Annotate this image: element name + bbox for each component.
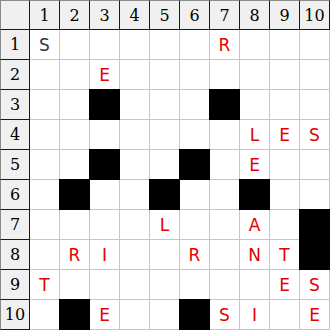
- cell-r8c8[interactable]: N: [240, 240, 270, 270]
- cell-r10c3[interactable]: E: [90, 300, 120, 330]
- cell-r7c6[interactable]: [180, 210, 210, 240]
- cell-r2c8[interactable]: [240, 60, 270, 90]
- cell-r10c9[interactable]: [270, 300, 300, 330]
- black-cell-r5c6: [180, 150, 210, 180]
- black-cell-r10c2: [60, 300, 90, 330]
- cell-r5c9[interactable]: [270, 150, 300, 180]
- cell-r1c5[interactable]: [150, 30, 180, 60]
- col-header-9: 9: [270, 0, 300, 30]
- cell-r6c7[interactable]: [210, 180, 240, 210]
- cell-r2c3[interactable]: E: [90, 60, 120, 90]
- black-cell-r3c3: [90, 90, 120, 120]
- row-header-2: 2: [0, 60, 30, 90]
- cell-r2c1[interactable]: [30, 60, 60, 90]
- cell-r9c2[interactable]: [60, 270, 90, 300]
- col-header-4: 4: [120, 0, 150, 30]
- row-header-10: 10: [0, 300, 30, 330]
- black-cell-r6c8: [240, 180, 270, 210]
- cell-r3c4[interactable]: [120, 90, 150, 120]
- cell-r4c6[interactable]: [180, 120, 210, 150]
- cell-r4c5[interactable]: [150, 120, 180, 150]
- cell-r2c2[interactable]: [60, 60, 90, 90]
- row-header-6: 6: [0, 180, 30, 210]
- cell-r4c3[interactable]: [90, 120, 120, 150]
- cell-r3c8[interactable]: [240, 90, 270, 120]
- cell-r1c10[interactable]: [300, 30, 330, 60]
- black-cell-r3c7: [210, 90, 240, 120]
- cell-r2c5[interactable]: [150, 60, 180, 90]
- cell-r8c3[interactable]: I: [90, 240, 120, 270]
- row-header-8: 8: [0, 240, 30, 270]
- col-header-7: 7: [210, 0, 240, 30]
- cell-r1c6[interactable]: [180, 30, 210, 60]
- cell-r10c8[interactable]: I: [240, 300, 270, 330]
- cell-r8c6[interactable]: R: [180, 240, 210, 270]
- cell-r8c7[interactable]: [210, 240, 240, 270]
- row-header-9: 9: [0, 270, 30, 300]
- cell-r1c3[interactable]: [90, 30, 120, 60]
- cell-r6c9[interactable]: [270, 180, 300, 210]
- cell-r4c8[interactable]: L: [240, 120, 270, 150]
- cell-r8c1[interactable]: [30, 240, 60, 270]
- col-header-10: 10: [300, 0, 330, 30]
- cell-r3c1[interactable]: [30, 90, 60, 120]
- cell-r7c4[interactable]: [120, 210, 150, 240]
- cell-r5c5[interactable]: [150, 150, 180, 180]
- row-header-7: 7: [0, 210, 30, 240]
- col-header-8: 8: [240, 0, 270, 30]
- cell-r9c3[interactable]: [90, 270, 120, 300]
- cell-r4c1[interactable]: [30, 120, 60, 150]
- cell-r5c2[interactable]: [60, 150, 90, 180]
- col-header-6: 6: [180, 0, 210, 30]
- black-cell-r7c10: [300, 210, 330, 240]
- col-header-1: 1: [30, 0, 60, 30]
- cell-r8c9[interactable]: T: [270, 240, 300, 270]
- row-header-3: 3: [0, 90, 30, 120]
- cell-r5c10[interactable]: [300, 150, 330, 180]
- cell-r4c9[interactable]: E: [270, 120, 300, 150]
- crossword-grid: 123456789101SR2E34LES5E67LA8RIRNT9TES10E…: [0, 0, 330, 330]
- cell-r4c4[interactable]: [120, 120, 150, 150]
- cell-r7c9[interactable]: [270, 210, 300, 240]
- cell-r10c1[interactable]: [30, 300, 60, 330]
- cell-r2c6[interactable]: [180, 60, 210, 90]
- cell-r2c4[interactable]: [120, 60, 150, 90]
- cell-r3c2[interactable]: [60, 90, 90, 120]
- cell-r7c2[interactable]: [60, 210, 90, 240]
- cell-r1c2[interactable]: [60, 30, 90, 60]
- col-header-5: 5: [150, 0, 180, 30]
- black-cell-r8c10: [300, 240, 330, 270]
- cell-r2c7[interactable]: [210, 60, 240, 90]
- cell-r7c7[interactable]: [210, 210, 240, 240]
- row-header-4: 4: [0, 120, 30, 150]
- cell-r10c7[interactable]: S: [210, 300, 240, 330]
- cell-r3c5[interactable]: [150, 90, 180, 120]
- cell-r7c1[interactable]: [30, 210, 60, 240]
- cell-r3c6[interactable]: [180, 90, 210, 120]
- cell-r8c2[interactable]: R: [60, 240, 90, 270]
- cell-r1c8[interactable]: [240, 30, 270, 60]
- black-cell-r5c3: [90, 150, 120, 180]
- cell-r8c4[interactable]: [120, 240, 150, 270]
- cell-r10c4[interactable]: [120, 300, 150, 330]
- cell-r6c3[interactable]: [90, 180, 120, 210]
- cell-r7c5[interactable]: L: [150, 210, 180, 240]
- cell-r3c10[interactable]: [300, 90, 330, 120]
- cell-r9c5[interactable]: [150, 270, 180, 300]
- black-cell-r6c2: [60, 180, 90, 210]
- cell-r8c5[interactable]: [150, 240, 180, 270]
- cell-r4c10[interactable]: S: [300, 120, 330, 150]
- cell-r10c10[interactable]: E: [300, 300, 330, 330]
- cell-r9c6[interactable]: [180, 270, 210, 300]
- cell-r9c10[interactable]: S: [300, 270, 330, 300]
- cell-r2c9[interactable]: [270, 60, 300, 90]
- cell-r9c1[interactable]: T: [30, 270, 60, 300]
- cell-r1c1[interactable]: S: [30, 30, 60, 60]
- cell-r3c9[interactable]: [270, 90, 300, 120]
- cell-r4c7[interactable]: [210, 120, 240, 150]
- cell-r4c2[interactable]: [60, 120, 90, 150]
- cell-r9c7[interactable]: [210, 270, 240, 300]
- cell-r7c8[interactable]: A: [240, 210, 270, 240]
- black-cell-r10c6: [180, 300, 210, 330]
- col-header-2: 2: [60, 0, 90, 30]
- cell-r9c8[interactable]: [240, 270, 270, 300]
- cell-r2c10[interactable]: [300, 60, 330, 90]
- cell-r7c3[interactable]: [90, 210, 120, 240]
- cell-r10c5[interactable]: [150, 300, 180, 330]
- cell-r1c4[interactable]: [120, 30, 150, 60]
- cell-r5c4[interactable]: [120, 150, 150, 180]
- cell-r5c1[interactable]: [30, 150, 60, 180]
- cell-r6c6[interactable]: [180, 180, 210, 210]
- black-cell-r6c5: [150, 180, 180, 210]
- cell-r1c7[interactable]: R: [210, 30, 240, 60]
- cell-r9c4[interactable]: [120, 270, 150, 300]
- cell-r6c4[interactable]: [120, 180, 150, 210]
- row-header-1: 1: [0, 30, 30, 60]
- col-header-3: 3: [90, 0, 120, 30]
- cell-r6c10[interactable]: [300, 180, 330, 210]
- cell-r1c9[interactable]: [270, 30, 300, 60]
- cell-r6c1[interactable]: [30, 180, 60, 210]
- cell-r5c8[interactable]: E: [240, 150, 270, 180]
- cell-r5c7[interactable]: [210, 150, 240, 180]
- corner-cell: [0, 0, 30, 30]
- row-header-5: 5: [0, 150, 30, 180]
- cell-r9c9[interactable]: E: [270, 270, 300, 300]
